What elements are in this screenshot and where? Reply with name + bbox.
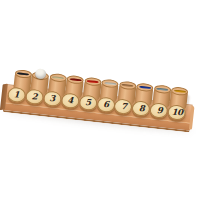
disc-6-label: 6 [103,100,109,109]
disc-4-label: 4 [67,96,73,105]
cup-8-contents [139,85,151,89]
disc-10-label: 10 [171,108,182,117]
cup-2-contents [35,68,47,79]
cup-6-contents [104,82,116,86]
cup-5-contents [87,80,99,84]
cup-4-contents [69,78,81,82]
disc-8-label: 8 [138,104,144,113]
photo-background: 1 2 3 [0,0,200,200]
cup-10-contents [174,89,186,93]
cup-7-contents [122,83,134,87]
counting-board: 1 2 3 [0,64,199,151]
disc-7-label: 7 [121,102,127,111]
cup-3-contents [52,76,64,80]
disc-1-label: 1 [14,90,20,99]
disc-9-label: 9 [156,106,162,115]
cup-9-contents [157,87,169,91]
disc-5-label: 5 [85,98,91,107]
disc-3-label: 3 [49,94,55,103]
cup-1-contents [17,72,29,76]
disc-2-label: 2 [32,92,38,101]
